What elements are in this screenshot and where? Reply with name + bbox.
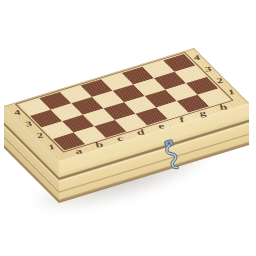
rank-label-right-1: 1 (224, 85, 239, 99)
product-photo: abcdefgh 4321 4321 (0, 0, 256, 256)
